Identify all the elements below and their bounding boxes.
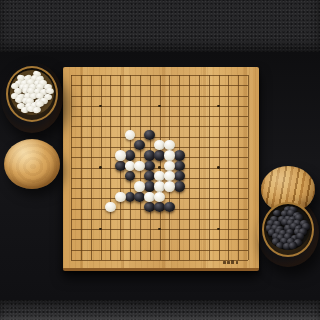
grid-line-vertical	[228, 75, 229, 260]
star-point	[158, 166, 161, 169]
black-stone-M9[interactable]	[174, 171, 185, 181]
black-stone-G11[interactable]	[125, 150, 136, 160]
carpet-background-top	[0, 0, 320, 52]
white-stone-H10[interactable]	[134, 161, 145, 171]
black-stone-bowl	[257, 198, 319, 267]
star-point	[99, 166, 102, 169]
black-bowl-stones	[266, 206, 310, 250]
star-point	[217, 166, 220, 169]
white-stone-E6[interactable]	[105, 202, 116, 212]
board-grid	[71, 75, 248, 260]
white-stone-L10[interactable]	[164, 161, 175, 171]
grid-line-vertical	[209, 75, 210, 260]
white-stone-L8[interactable]	[164, 181, 175, 191]
grid-line-horizontal	[71, 260, 248, 261]
star-point	[158, 105, 161, 108]
grid-line-vertical	[189, 75, 190, 260]
white-stone-L12[interactable]	[164, 140, 175, 150]
grid-line-horizontal	[71, 239, 248, 240]
grid-line-vertical	[248, 75, 249, 260]
go-set-scene	[0, 0, 320, 320]
black-stone-M11[interactable]	[174, 150, 185, 160]
grid-line-vertical	[199, 75, 200, 260]
white-bowl-stones	[10, 70, 54, 115]
black-stone-J10[interactable]	[144, 161, 155, 171]
go-board[interactable]	[63, 67, 259, 271]
white-stone-F7[interactable]	[115, 192, 126, 202]
white-stone-F11[interactable]	[115, 150, 126, 160]
carpet-background-bottom	[0, 300, 320, 320]
black-stone-F10[interactable]	[115, 161, 126, 171]
left-bowl-lid	[4, 139, 60, 189]
white-stone-G13[interactable]	[125, 130, 136, 140]
black-stone-G9[interactable]	[125, 171, 136, 181]
black-stone-M8[interactable]	[174, 181, 185, 191]
maker-stamp	[223, 260, 238, 265]
grid-line-horizontal	[71, 219, 248, 220]
black-stone-J13[interactable]	[144, 130, 155, 140]
white-stone-K7[interactable]	[154, 192, 165, 202]
black-stone-L6[interactable]	[164, 202, 175, 212]
grid-line-horizontal	[71, 250, 248, 251]
grid-line-vertical	[238, 75, 239, 260]
black-stone-H12[interactable]	[134, 140, 145, 150]
star-point	[99, 105, 102, 108]
star-point	[217, 105, 220, 108]
white-stone-L11[interactable]	[164, 150, 175, 160]
white-bowl-stone	[32, 106, 41, 114]
black-stone-M10[interactable]	[174, 161, 185, 171]
white-stone-H8[interactable]	[134, 181, 145, 191]
white-stone-L9[interactable]	[164, 171, 175, 181]
white-stone-bowl	[1, 62, 63, 133]
